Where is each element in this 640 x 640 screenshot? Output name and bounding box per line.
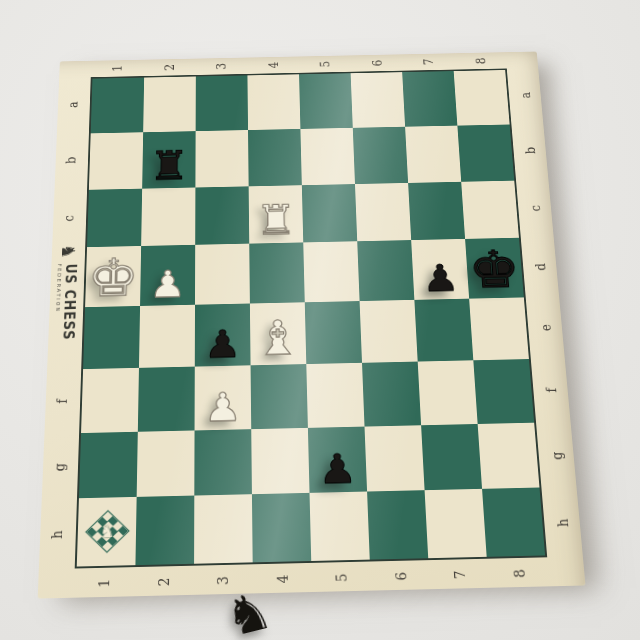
square-c2 [141,187,195,246]
us-chess-logo: ♞ US CHESS FEDERATION [48,229,86,356]
vinyl-chess-mat: 12345678 12345678 abcfgh abcdefgh ♞ US C… [38,52,586,599]
us-chess-logo-title: US CHESS [60,263,80,340]
square-f3: ♟ [195,365,252,430]
white-king-d1: ♚ [87,252,140,305]
square-g7 [421,424,482,491]
square-d1: ♚ [85,246,141,307]
square-h3 [194,494,253,563]
black-king-d8: ♚ [467,243,522,296]
square-g4 [251,427,309,494]
square-f2 [138,366,195,431]
square-b3 [195,130,248,187]
square-e1 [83,306,140,369]
square-a7 [402,71,457,126]
white-bishop-e4: ♝ [255,314,302,362]
square-a6 [351,72,405,127]
square-h7 [425,489,487,558]
corner-knight-diamond-logo: ♞ [86,512,128,552]
square-b4 [248,129,302,186]
square-c8 [461,180,519,239]
square-c4: ♜ [249,185,304,244]
square-f6 [362,361,421,426]
square-e5 [305,301,362,364]
square-h8 [482,488,545,557]
square-f5 [306,363,364,428]
square-g3 [194,429,252,496]
square-d7: ♟ [411,239,469,300]
corner-knight-icon: ♞ [99,522,115,541]
square-b1 [89,132,143,189]
square-e7 [414,299,473,362]
square-h1: ♞ [77,497,137,566]
square-c1 [87,188,142,247]
white-pawn-f3: ♟ [204,387,242,427]
square-e4: ♝ [250,302,306,365]
black-pawn-d7: ♟ [421,260,460,297]
square-c6 [355,183,411,242]
rank-labels-bottom: 12345678 [74,563,549,594]
square-f4 [251,364,308,429]
square-d3 [195,244,250,305]
square-h6 [367,490,428,559]
square-h2 [135,496,194,565]
black-pawn-g5: ♟ [318,449,358,490]
square-a3 [196,75,248,131]
square-e8 [469,297,529,360]
white-pawn-d2: ♟ [149,266,186,304]
square-b5 [300,128,355,185]
square-g6 [364,425,424,492]
square-f8 [473,359,534,424]
us-chess-knight-emblem-icon: ♞ [59,244,78,259]
square-d5 [303,241,359,302]
board-grid: ♜♜♚♟♟♚♟♝♟♟♞ [75,68,548,568]
square-a2 [143,76,196,132]
table-surface: 12345678 12345678 abcfgh abcdefgh ♞ US C… [0,0,640,640]
square-a4 [247,74,300,130]
square-e6 [360,300,418,363]
square-g5: ♟ [308,426,367,493]
square-e2 [139,305,195,368]
square-b7 [405,125,461,182]
square-c7 [408,181,465,240]
white-rook-c4: ♜ [255,200,297,241]
square-g2 [137,430,195,497]
square-d6 [357,240,414,301]
square-g8 [478,422,540,489]
square-b6 [353,127,408,184]
square-f7 [418,360,478,425]
square-c3 [195,186,249,245]
square-h4 [252,493,311,562]
square-g1 [79,431,138,498]
square-a5 [299,73,353,128]
square-b8 [457,124,514,181]
square-b2: ♜ [142,131,195,188]
black-pawn-e3: ♟ [204,325,241,364]
square-a8 [454,70,510,125]
square-e3: ♟ [195,304,251,367]
square-a1 [91,78,144,134]
square-c5 [302,184,357,243]
square-h5 [310,492,370,561]
square-d8: ♚ [465,238,524,299]
square-d2: ♟ [140,245,195,306]
square-f1 [81,368,139,433]
square-d4 [249,243,305,304]
black-rook-b2: ♜ [149,146,190,186]
